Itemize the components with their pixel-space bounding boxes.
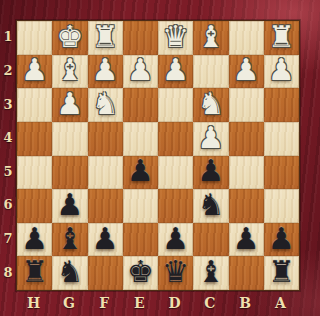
- square-a5[interactable]: [264, 156, 299, 190]
- square-h3[interactable]: [17, 88, 52, 122]
- square-h2[interactable]: ♟: [17, 55, 52, 89]
- black-rook[interactable]: ♜: [21, 257, 48, 287]
- white-pawn[interactable]: ♟: [92, 55, 119, 85]
- white-pawn[interactable]: ♟: [162, 55, 189, 85]
- black-king[interactable]: ♚: [127, 257, 154, 287]
- square-h1[interactable]: [17, 21, 52, 55]
- black-pawn[interactable]: ♟: [56, 190, 83, 220]
- square-c5[interactable]: ♟: [193, 156, 228, 190]
- file-label: F: [87, 289, 122, 316]
- square-d1[interactable]: ♛: [158, 21, 193, 55]
- file-label: A: [263, 289, 298, 316]
- square-a7[interactable]: ♟: [264, 223, 299, 257]
- file-label: H: [16, 289, 51, 316]
- square-g4[interactable]: [52, 122, 87, 156]
- rank-label: 3: [0, 87, 16, 121]
- square-f5[interactable]: [88, 156, 123, 190]
- square-c2[interactable]: [193, 55, 228, 89]
- square-a8[interactable]: ♜: [264, 256, 299, 290]
- white-knight[interactable]: ♞: [197, 89, 224, 119]
- chess-board[interactable]: ♚♜♛♝♜♟♝♟♟♟♟♟♟♞♞♟♟♟♟♞♟♝♟♟♟♟♜♞♚♛♝♜: [16, 20, 300, 291]
- black-pawn[interactable]: ♟: [162, 224, 189, 254]
- black-queen[interactable]: ♛: [162, 257, 189, 287]
- square-c3[interactable]: ♞: [193, 88, 228, 122]
- white-queen[interactable]: ♛: [162, 22, 189, 52]
- white-pawn[interactable]: ♟: [197, 123, 224, 153]
- white-pawn[interactable]: ♟: [127, 55, 154, 85]
- square-h5[interactable]: [17, 156, 52, 190]
- rank-label: 8: [0, 255, 16, 289]
- square-d3[interactable]: [158, 88, 193, 122]
- black-bishop[interactable]: ♝: [56, 224, 83, 254]
- square-d6[interactable]: [158, 189, 193, 223]
- white-pawn[interactable]: ♟: [233, 55, 260, 85]
- white-pawn[interactable]: ♟: [268, 55, 295, 85]
- square-e8[interactable]: ♚: [123, 256, 158, 290]
- square-b3[interactable]: [229, 88, 264, 122]
- square-g3[interactable]: ♟: [52, 88, 87, 122]
- square-e6[interactable]: [123, 189, 158, 223]
- square-f6[interactable]: [88, 189, 123, 223]
- black-pawn[interactable]: ♟: [92, 224, 119, 254]
- black-rook[interactable]: ♜: [268, 257, 295, 287]
- square-b4[interactable]: [229, 122, 264, 156]
- square-f4[interactable]: [88, 122, 123, 156]
- square-a4[interactable]: [264, 122, 299, 156]
- file-labels: HGFEDCBA: [16, 289, 298, 316]
- square-b7[interactable]: ♟: [229, 223, 264, 257]
- rank-label: 5: [0, 155, 16, 189]
- square-g7[interactable]: ♝: [52, 223, 87, 257]
- square-d5[interactable]: [158, 156, 193, 190]
- square-d8[interactable]: ♛: [158, 256, 193, 290]
- square-f8[interactable]: [88, 256, 123, 290]
- black-pawn[interactable]: ♟: [21, 224, 48, 254]
- square-a1[interactable]: ♜: [264, 21, 299, 55]
- square-d7[interactable]: ♟: [158, 223, 193, 257]
- square-c7[interactable]: [193, 223, 228, 257]
- square-a3[interactable]: [264, 88, 299, 122]
- white-king[interactable]: ♚: [56, 22, 83, 52]
- file-label: E: [122, 289, 157, 316]
- rank-label: 6: [0, 188, 16, 222]
- square-d4[interactable]: [158, 122, 193, 156]
- square-g2[interactable]: ♝: [52, 55, 87, 89]
- square-f1[interactable]: ♜: [88, 21, 123, 55]
- white-pawn[interactable]: ♟: [21, 55, 48, 85]
- rank-label: 7: [0, 222, 16, 256]
- square-h7[interactable]: ♟: [17, 223, 52, 257]
- square-e4[interactable]: [123, 122, 158, 156]
- square-f3[interactable]: ♞: [88, 88, 123, 122]
- black-pawn[interactable]: ♟: [197, 156, 224, 186]
- rank-label: 2: [0, 54, 16, 88]
- rank-label: 4: [0, 121, 16, 155]
- square-e2[interactable]: ♟: [123, 55, 158, 89]
- square-g6[interactable]: ♟: [52, 189, 87, 223]
- square-h6[interactable]: [17, 189, 52, 223]
- square-c6[interactable]: ♞: [193, 189, 228, 223]
- white-bishop[interactable]: ♝: [197, 22, 224, 52]
- file-label: G: [51, 289, 86, 316]
- square-c1[interactable]: ♝: [193, 21, 228, 55]
- square-b1[interactable]: [229, 21, 264, 55]
- square-b5[interactable]: [229, 156, 264, 190]
- black-knight[interactable]: ♞: [56, 257, 83, 287]
- board-frame: 12345678 ♚♜♛♝♜♟♝♟♟♟♟♟♟♞♞♟♟♟♟♞♟♝♟♟♟♟♜♞♚♛♝…: [0, 0, 320, 316]
- square-e7[interactable]: [123, 223, 158, 257]
- square-g5[interactable]: [52, 156, 87, 190]
- square-g1[interactable]: ♚: [52, 21, 87, 55]
- black-knight[interactable]: ♞: [197, 190, 224, 220]
- square-f2[interactable]: ♟: [88, 55, 123, 89]
- square-b6[interactable]: [229, 189, 264, 223]
- square-h4[interactable]: [17, 122, 52, 156]
- rank-label: 1: [0, 20, 16, 54]
- rank-labels: 12345678: [0, 20, 16, 289]
- file-label: C: [192, 289, 227, 316]
- white-pawn[interactable]: ♟: [56, 89, 83, 119]
- square-d2[interactable]: ♟: [158, 55, 193, 89]
- square-a2[interactable]: ♟: [264, 55, 299, 89]
- black-pawn[interactable]: ♟: [127, 156, 154, 186]
- white-rook[interactable]: ♜: [92, 22, 119, 52]
- square-c8[interactable]: ♝: [193, 256, 228, 290]
- square-e3[interactable]: [123, 88, 158, 122]
- file-label: B: [228, 289, 263, 316]
- black-bishop[interactable]: ♝: [197, 257, 224, 287]
- square-f7[interactable]: ♟: [88, 223, 123, 257]
- square-a6[interactable]: [264, 189, 299, 223]
- square-h8[interactable]: ♜: [17, 256, 52, 290]
- square-e1[interactable]: [123, 21, 158, 55]
- black-pawn[interactable]: ♟: [233, 224, 260, 254]
- white-rook[interactable]: ♜: [268, 22, 295, 52]
- square-b8[interactable]: [229, 256, 264, 290]
- black-pawn[interactable]: ♟: [268, 224, 295, 254]
- square-e5[interactable]: ♟: [123, 156, 158, 190]
- square-b2[interactable]: ♟: [229, 55, 264, 89]
- file-label: D: [157, 289, 192, 316]
- square-g8[interactable]: ♞: [52, 256, 87, 290]
- square-c4[interactable]: ♟: [193, 122, 228, 156]
- white-knight[interactable]: ♞: [92, 89, 119, 119]
- white-bishop[interactable]: ♝: [56, 55, 83, 85]
